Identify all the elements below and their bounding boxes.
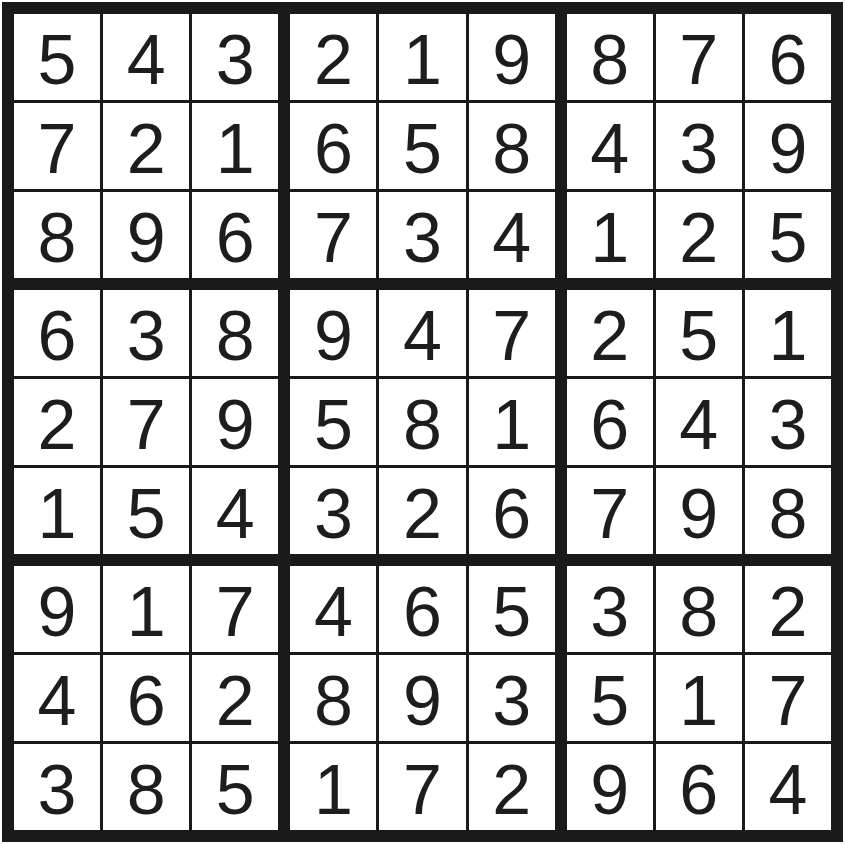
cell-r6c6: 6: [469, 468, 555, 554]
cell-r9c5: 7: [379, 744, 465, 830]
cell-r4c7: 2: [567, 290, 653, 376]
cell-r5c6: 1: [469, 379, 555, 465]
cell-r9c7: 9: [567, 744, 653, 830]
cell-r5c2: 7: [103, 379, 189, 465]
cell-r4c6: 7: [469, 290, 555, 376]
cell-r5c3: 9: [192, 379, 278, 465]
cell-r6c2: 5: [103, 468, 189, 554]
cell-r4c4: 9: [290, 290, 376, 376]
cell-r2c3: 1: [192, 103, 278, 189]
cell-r3c8: 2: [656, 192, 742, 278]
cell-r8c8: 1: [656, 655, 742, 741]
cell-r1c9: 6: [745, 14, 831, 100]
cell-r7c2: 1: [103, 566, 189, 652]
cell-r8c4: 8: [290, 655, 376, 741]
cell-r1c2: 4: [103, 14, 189, 100]
cell-r2c6: 8: [469, 103, 555, 189]
cell-r9c3: 5: [192, 744, 278, 830]
cell-r4c5: 4: [379, 290, 465, 376]
cell-r7c9: 2: [745, 566, 831, 652]
cell-r2c4: 6: [290, 103, 376, 189]
cell-r9c6: 2: [469, 744, 555, 830]
page: { "game": "sudoku", "state": "solved", "…: [0, 0, 845, 844]
cell-r7c6: 5: [469, 566, 555, 652]
cell-r4c3: 8: [192, 290, 278, 376]
cell-r9c8: 6: [656, 744, 742, 830]
cell-r8c2: 6: [103, 655, 189, 741]
cell-r6c7: 7: [567, 468, 653, 554]
cell-r8c3: 2: [192, 655, 278, 741]
cell-r3c7: 1: [567, 192, 653, 278]
cell-r6c9: 8: [745, 468, 831, 554]
cell-r5c8: 4: [656, 379, 742, 465]
cell-r5c5: 8: [379, 379, 465, 465]
cell-r9c9: 4: [745, 744, 831, 830]
cell-r6c3: 4: [192, 468, 278, 554]
cell-r1c4: 2: [290, 14, 376, 100]
cell-r2c8: 3: [656, 103, 742, 189]
cell-r2c9: 9: [745, 103, 831, 189]
cell-r3c9: 5: [745, 192, 831, 278]
cell-r8c9: 7: [745, 655, 831, 741]
cell-r1c8: 7: [656, 14, 742, 100]
cell-r1c7: 8: [567, 14, 653, 100]
cell-r3c2: 9: [103, 192, 189, 278]
sudoku-board: 5432198767216584398967341256389472512795…: [2, 2, 843, 842]
cell-r8c5: 9: [379, 655, 465, 741]
cell-r5c4: 5: [290, 379, 376, 465]
cell-r8c7: 5: [567, 655, 653, 741]
cell-r3c6: 4: [469, 192, 555, 278]
cell-r1c3: 3: [192, 14, 278, 100]
cell-r9c2: 8: [103, 744, 189, 830]
cell-r3c5: 3: [379, 192, 465, 278]
cell-r1c5: 1: [379, 14, 465, 100]
cell-r3c4: 7: [290, 192, 376, 278]
cell-r4c2: 3: [103, 290, 189, 376]
cell-r6c5: 2: [379, 468, 465, 554]
cell-r5c1: 2: [14, 379, 100, 465]
cell-r6c1: 1: [14, 468, 100, 554]
cell-r6c8: 9: [656, 468, 742, 554]
cell-r6c4: 3: [290, 468, 376, 554]
cell-r2c2: 2: [103, 103, 189, 189]
cell-r7c8: 8: [656, 566, 742, 652]
cell-r2c7: 4: [567, 103, 653, 189]
cell-r9c1: 3: [14, 744, 100, 830]
cell-r8c1: 4: [14, 655, 100, 741]
cell-r8c6: 3: [469, 655, 555, 741]
cell-r4c9: 1: [745, 290, 831, 376]
cell-r7c5: 6: [379, 566, 465, 652]
cell-r4c8: 5: [656, 290, 742, 376]
cell-r7c4: 4: [290, 566, 376, 652]
board-wrapper: 5432198767216584398967341256389472512795…: [0, 0, 845, 844]
cell-r7c1: 9: [14, 566, 100, 652]
cell-r4c1: 6: [14, 290, 100, 376]
cell-r7c7: 3: [567, 566, 653, 652]
cell-r1c1: 5: [14, 14, 100, 100]
cell-r5c7: 6: [567, 379, 653, 465]
cell-r3c1: 8: [14, 192, 100, 278]
cell-r3c3: 6: [192, 192, 278, 278]
cell-r2c5: 5: [379, 103, 465, 189]
cell-r1c6: 9: [469, 14, 555, 100]
cell-r7c3: 7: [192, 566, 278, 652]
cell-r5c9: 3: [745, 379, 831, 465]
cell-r9c4: 1: [290, 744, 376, 830]
cell-r2c1: 7: [14, 103, 100, 189]
